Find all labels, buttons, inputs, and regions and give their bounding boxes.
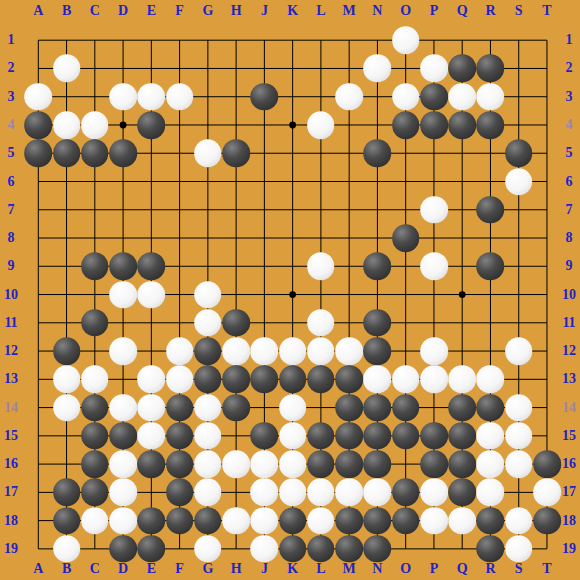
point-M4[interactable] bbox=[335, 111, 363, 139]
point-K11[interactable] bbox=[279, 309, 307, 337]
point-E10[interactable] bbox=[137, 281, 165, 309]
point-O6[interactable] bbox=[392, 168, 420, 196]
point-B16[interactable] bbox=[53, 450, 81, 478]
point-P18[interactable] bbox=[420, 507, 448, 535]
point-H15[interactable] bbox=[222, 422, 250, 450]
point-G12[interactable] bbox=[194, 337, 222, 365]
point-K4[interactable] bbox=[279, 111, 307, 139]
point-H8[interactable] bbox=[222, 224, 250, 252]
point-B19[interactable] bbox=[53, 535, 81, 563]
point-B13[interactable] bbox=[53, 365, 81, 393]
point-T12[interactable] bbox=[533, 337, 561, 365]
point-G3[interactable] bbox=[194, 83, 222, 111]
point-D9[interactable] bbox=[109, 252, 137, 280]
point-L1[interactable] bbox=[307, 26, 335, 54]
point-F2[interactable] bbox=[166, 54, 194, 82]
point-A5[interactable] bbox=[24, 139, 52, 167]
point-P15[interactable] bbox=[420, 422, 448, 450]
point-S2[interactable] bbox=[505, 54, 533, 82]
point-D8[interactable] bbox=[109, 224, 137, 252]
point-J3[interactable] bbox=[250, 83, 278, 111]
point-O8[interactable] bbox=[392, 224, 420, 252]
point-B2[interactable] bbox=[53, 54, 81, 82]
point-O16[interactable] bbox=[392, 450, 420, 478]
point-N1[interactable] bbox=[363, 26, 391, 54]
point-E5[interactable] bbox=[137, 139, 165, 167]
point-F8[interactable] bbox=[166, 224, 194, 252]
point-A9[interactable] bbox=[24, 252, 52, 280]
point-B14[interactable] bbox=[53, 394, 81, 422]
point-N5[interactable] bbox=[363, 139, 391, 167]
point-C2[interactable] bbox=[81, 54, 109, 82]
point-H18[interactable] bbox=[222, 507, 250, 535]
point-D5[interactable] bbox=[109, 139, 137, 167]
point-F12[interactable] bbox=[166, 337, 194, 365]
point-J15[interactable] bbox=[250, 422, 278, 450]
point-D14[interactable] bbox=[109, 394, 137, 422]
point-F14[interactable] bbox=[166, 394, 194, 422]
point-G15[interactable] bbox=[194, 422, 222, 450]
point-B4[interactable] bbox=[53, 111, 81, 139]
point-G13[interactable] bbox=[194, 365, 222, 393]
point-J8[interactable] bbox=[250, 224, 278, 252]
point-E14[interactable] bbox=[137, 394, 165, 422]
point-Q3[interactable] bbox=[448, 83, 476, 111]
point-G4[interactable] bbox=[194, 111, 222, 139]
point-D2[interactable] bbox=[109, 54, 137, 82]
point-G18[interactable] bbox=[194, 507, 222, 535]
point-M18[interactable] bbox=[335, 507, 363, 535]
point-J7[interactable] bbox=[250, 196, 278, 224]
point-K2[interactable] bbox=[279, 54, 307, 82]
point-B15[interactable] bbox=[53, 422, 81, 450]
point-B18[interactable] bbox=[53, 507, 81, 535]
point-F17[interactable] bbox=[166, 478, 194, 506]
point-N13[interactable] bbox=[363, 365, 391, 393]
point-K7[interactable] bbox=[279, 196, 307, 224]
point-M16[interactable] bbox=[335, 450, 363, 478]
point-B6[interactable] bbox=[53, 168, 81, 196]
point-S17[interactable] bbox=[505, 478, 533, 506]
point-A8[interactable] bbox=[24, 224, 52, 252]
point-T5[interactable] bbox=[533, 139, 561, 167]
point-B17[interactable] bbox=[53, 478, 81, 506]
point-S16[interactable] bbox=[505, 450, 533, 478]
point-K6[interactable] bbox=[279, 168, 307, 196]
point-Q14[interactable] bbox=[448, 394, 476, 422]
point-J4[interactable] bbox=[250, 111, 278, 139]
point-R4[interactable] bbox=[476, 111, 504, 139]
point-R12[interactable] bbox=[476, 337, 504, 365]
point-A12[interactable] bbox=[24, 337, 52, 365]
point-O7[interactable] bbox=[392, 196, 420, 224]
point-Q5[interactable] bbox=[448, 139, 476, 167]
point-G11[interactable] bbox=[194, 309, 222, 337]
point-R5[interactable] bbox=[476, 139, 504, 167]
point-L8[interactable] bbox=[307, 224, 335, 252]
point-O1[interactable] bbox=[392, 26, 420, 54]
point-H11[interactable] bbox=[222, 309, 250, 337]
point-Q12[interactable] bbox=[448, 337, 476, 365]
point-L3[interactable] bbox=[307, 83, 335, 111]
point-C18[interactable] bbox=[81, 507, 109, 535]
point-R1[interactable] bbox=[476, 26, 504, 54]
point-J10[interactable] bbox=[250, 281, 278, 309]
point-A13[interactable] bbox=[24, 365, 52, 393]
point-H1[interactable] bbox=[222, 26, 250, 54]
point-C13[interactable] bbox=[81, 365, 109, 393]
point-P3[interactable] bbox=[420, 83, 448, 111]
point-E17[interactable] bbox=[137, 478, 165, 506]
point-H12[interactable] bbox=[222, 337, 250, 365]
point-A1[interactable] bbox=[24, 26, 52, 54]
point-A7[interactable] bbox=[24, 196, 52, 224]
point-K9[interactable] bbox=[279, 252, 307, 280]
point-T6[interactable] bbox=[533, 168, 561, 196]
point-B10[interactable] bbox=[53, 281, 81, 309]
point-E19[interactable] bbox=[137, 535, 165, 563]
point-T13[interactable] bbox=[533, 365, 561, 393]
point-D10[interactable] bbox=[109, 281, 137, 309]
point-R16[interactable] bbox=[476, 450, 504, 478]
point-Q8[interactable] bbox=[448, 224, 476, 252]
point-C15[interactable] bbox=[81, 422, 109, 450]
point-J14[interactable] bbox=[250, 394, 278, 422]
point-K13[interactable] bbox=[279, 365, 307, 393]
point-E12[interactable] bbox=[137, 337, 165, 365]
point-J5[interactable] bbox=[250, 139, 278, 167]
point-S5[interactable] bbox=[505, 139, 533, 167]
point-K12[interactable] bbox=[279, 337, 307, 365]
point-D16[interactable] bbox=[109, 450, 137, 478]
point-O9[interactable] bbox=[392, 252, 420, 280]
point-L7[interactable] bbox=[307, 196, 335, 224]
point-H7[interactable] bbox=[222, 196, 250, 224]
point-O12[interactable] bbox=[392, 337, 420, 365]
point-T4[interactable] bbox=[533, 111, 561, 139]
point-T15[interactable] bbox=[533, 422, 561, 450]
point-J13[interactable] bbox=[250, 365, 278, 393]
point-A15[interactable] bbox=[24, 422, 52, 450]
point-J18[interactable] bbox=[250, 507, 278, 535]
point-D17[interactable] bbox=[109, 478, 137, 506]
point-L14[interactable] bbox=[307, 394, 335, 422]
point-K5[interactable] bbox=[279, 139, 307, 167]
point-G2[interactable] bbox=[194, 54, 222, 82]
point-H9[interactable] bbox=[222, 252, 250, 280]
point-S10[interactable] bbox=[505, 281, 533, 309]
point-C3[interactable] bbox=[81, 83, 109, 111]
point-P14[interactable] bbox=[420, 394, 448, 422]
point-N16[interactable] bbox=[363, 450, 391, 478]
point-T19[interactable] bbox=[533, 535, 561, 563]
point-O18[interactable] bbox=[392, 507, 420, 535]
point-E15[interactable] bbox=[137, 422, 165, 450]
point-L13[interactable] bbox=[307, 365, 335, 393]
point-N3[interactable] bbox=[363, 83, 391, 111]
point-G9[interactable] bbox=[194, 252, 222, 280]
point-R15[interactable] bbox=[476, 422, 504, 450]
point-O4[interactable] bbox=[392, 111, 420, 139]
point-C17[interactable] bbox=[81, 478, 109, 506]
point-L5[interactable] bbox=[307, 139, 335, 167]
point-A3[interactable] bbox=[24, 83, 52, 111]
point-E3[interactable] bbox=[137, 83, 165, 111]
point-P6[interactable] bbox=[420, 168, 448, 196]
point-D12[interactable] bbox=[109, 337, 137, 365]
point-G17[interactable] bbox=[194, 478, 222, 506]
point-L6[interactable] bbox=[307, 168, 335, 196]
point-R7[interactable] bbox=[476, 196, 504, 224]
point-G19[interactable] bbox=[194, 535, 222, 563]
point-Q1[interactable] bbox=[448, 26, 476, 54]
point-F3[interactable] bbox=[166, 83, 194, 111]
point-R10[interactable] bbox=[476, 281, 504, 309]
point-J17[interactable] bbox=[250, 478, 278, 506]
point-K17[interactable] bbox=[279, 478, 307, 506]
point-J11[interactable] bbox=[250, 309, 278, 337]
point-E6[interactable] bbox=[137, 168, 165, 196]
point-N18[interactable] bbox=[363, 507, 391, 535]
point-P8[interactable] bbox=[420, 224, 448, 252]
point-N14[interactable] bbox=[363, 394, 391, 422]
point-C8[interactable] bbox=[81, 224, 109, 252]
point-R2[interactable] bbox=[476, 54, 504, 82]
point-L4[interactable] bbox=[307, 111, 335, 139]
point-S19[interactable] bbox=[505, 535, 533, 563]
point-S9[interactable] bbox=[505, 252, 533, 280]
point-H4[interactable] bbox=[222, 111, 250, 139]
point-L17[interactable] bbox=[307, 478, 335, 506]
point-F16[interactable] bbox=[166, 450, 194, 478]
point-M3[interactable] bbox=[335, 83, 363, 111]
point-F19[interactable] bbox=[166, 535, 194, 563]
point-B8[interactable] bbox=[53, 224, 81, 252]
point-M14[interactable] bbox=[335, 394, 363, 422]
point-K18[interactable] bbox=[279, 507, 307, 535]
point-A11[interactable] bbox=[24, 309, 52, 337]
point-E9[interactable] bbox=[137, 252, 165, 280]
point-M2[interactable] bbox=[335, 54, 363, 82]
point-K1[interactable] bbox=[279, 26, 307, 54]
point-M11[interactable] bbox=[335, 309, 363, 337]
point-R19[interactable] bbox=[476, 535, 504, 563]
point-P10[interactable] bbox=[420, 281, 448, 309]
point-G8[interactable] bbox=[194, 224, 222, 252]
point-A2[interactable] bbox=[24, 54, 52, 82]
point-A19[interactable] bbox=[24, 535, 52, 563]
point-D19[interactable] bbox=[109, 535, 137, 563]
point-N15[interactable] bbox=[363, 422, 391, 450]
point-B1[interactable] bbox=[53, 26, 81, 54]
point-D15[interactable] bbox=[109, 422, 137, 450]
point-Q9[interactable] bbox=[448, 252, 476, 280]
point-C16[interactable] bbox=[81, 450, 109, 478]
point-G7[interactable] bbox=[194, 196, 222, 224]
point-A10[interactable] bbox=[24, 281, 52, 309]
point-A17[interactable] bbox=[24, 478, 52, 506]
point-M13[interactable] bbox=[335, 365, 363, 393]
point-A4[interactable] bbox=[24, 111, 52, 139]
point-T8[interactable] bbox=[533, 224, 561, 252]
point-B9[interactable] bbox=[53, 252, 81, 280]
point-F13[interactable] bbox=[166, 365, 194, 393]
point-Q2[interactable] bbox=[448, 54, 476, 82]
point-F5[interactable] bbox=[166, 139, 194, 167]
point-E4[interactable] bbox=[137, 111, 165, 139]
point-B12[interactable] bbox=[53, 337, 81, 365]
point-T14[interactable] bbox=[533, 394, 561, 422]
point-C4[interactable] bbox=[81, 111, 109, 139]
point-M17[interactable] bbox=[335, 478, 363, 506]
point-F1[interactable] bbox=[166, 26, 194, 54]
point-J19[interactable] bbox=[250, 535, 278, 563]
point-P19[interactable] bbox=[420, 535, 448, 563]
point-N2[interactable] bbox=[363, 54, 391, 82]
point-O11[interactable] bbox=[392, 309, 420, 337]
point-E16[interactable] bbox=[137, 450, 165, 478]
point-C10[interactable] bbox=[81, 281, 109, 309]
point-Q13[interactable] bbox=[448, 365, 476, 393]
point-K14[interactable] bbox=[279, 394, 307, 422]
point-L9[interactable] bbox=[307, 252, 335, 280]
point-L19[interactable] bbox=[307, 535, 335, 563]
point-J12[interactable] bbox=[250, 337, 278, 365]
point-K15[interactable] bbox=[279, 422, 307, 450]
point-J1[interactable] bbox=[250, 26, 278, 54]
point-E8[interactable] bbox=[137, 224, 165, 252]
point-H14[interactable] bbox=[222, 394, 250, 422]
point-T2[interactable] bbox=[533, 54, 561, 82]
point-H3[interactable] bbox=[222, 83, 250, 111]
point-M5[interactable] bbox=[335, 139, 363, 167]
point-S13[interactable] bbox=[505, 365, 533, 393]
point-N8[interactable] bbox=[363, 224, 391, 252]
point-J2[interactable] bbox=[250, 54, 278, 82]
point-J6[interactable] bbox=[250, 168, 278, 196]
point-Q16[interactable] bbox=[448, 450, 476, 478]
point-Q11[interactable] bbox=[448, 309, 476, 337]
point-N17[interactable] bbox=[363, 478, 391, 506]
point-N10[interactable] bbox=[363, 281, 391, 309]
point-H6[interactable] bbox=[222, 168, 250, 196]
point-A6[interactable] bbox=[24, 168, 52, 196]
point-C11[interactable] bbox=[81, 309, 109, 337]
point-C6[interactable] bbox=[81, 168, 109, 196]
point-J9[interactable] bbox=[250, 252, 278, 280]
point-T11[interactable] bbox=[533, 309, 561, 337]
point-B7[interactable] bbox=[53, 196, 81, 224]
point-R17[interactable] bbox=[476, 478, 504, 506]
point-T10[interactable] bbox=[533, 281, 561, 309]
point-O14[interactable] bbox=[392, 394, 420, 422]
point-D7[interactable] bbox=[109, 196, 137, 224]
point-P11[interactable] bbox=[420, 309, 448, 337]
point-R13[interactable] bbox=[476, 365, 504, 393]
point-S1[interactable] bbox=[505, 26, 533, 54]
point-G6[interactable] bbox=[194, 168, 222, 196]
point-S18[interactable] bbox=[505, 507, 533, 535]
point-N6[interactable] bbox=[363, 168, 391, 196]
point-R6[interactable] bbox=[476, 168, 504, 196]
point-R3[interactable] bbox=[476, 83, 504, 111]
point-S4[interactable] bbox=[505, 111, 533, 139]
point-C9[interactable] bbox=[81, 252, 109, 280]
point-F15[interactable] bbox=[166, 422, 194, 450]
point-K10[interactable] bbox=[279, 281, 307, 309]
point-M1[interactable] bbox=[335, 26, 363, 54]
point-Q4[interactable] bbox=[448, 111, 476, 139]
point-A16[interactable] bbox=[24, 450, 52, 478]
point-D6[interactable] bbox=[109, 168, 137, 196]
point-F7[interactable] bbox=[166, 196, 194, 224]
point-D18[interactable] bbox=[109, 507, 137, 535]
point-Q18[interactable] bbox=[448, 507, 476, 535]
point-L2[interactable] bbox=[307, 54, 335, 82]
point-L11[interactable] bbox=[307, 309, 335, 337]
point-F4[interactable] bbox=[166, 111, 194, 139]
point-K3[interactable] bbox=[279, 83, 307, 111]
point-O5[interactable] bbox=[392, 139, 420, 167]
point-E7[interactable] bbox=[137, 196, 165, 224]
point-P5[interactable] bbox=[420, 139, 448, 167]
point-R14[interactable] bbox=[476, 394, 504, 422]
point-L10[interactable] bbox=[307, 281, 335, 309]
point-P2[interactable] bbox=[420, 54, 448, 82]
point-D11[interactable] bbox=[109, 309, 137, 337]
point-D13[interactable] bbox=[109, 365, 137, 393]
point-A14[interactable] bbox=[24, 394, 52, 422]
point-S3[interactable] bbox=[505, 83, 533, 111]
point-Q19[interactable] bbox=[448, 535, 476, 563]
point-T1[interactable] bbox=[533, 26, 561, 54]
point-G1[interactable] bbox=[194, 26, 222, 54]
point-M9[interactable] bbox=[335, 252, 363, 280]
point-P9[interactable] bbox=[420, 252, 448, 280]
point-G5[interactable] bbox=[194, 139, 222, 167]
point-C19[interactable] bbox=[81, 535, 109, 563]
point-C5[interactable] bbox=[81, 139, 109, 167]
point-G14[interactable] bbox=[194, 394, 222, 422]
point-Q10[interactable] bbox=[448, 281, 476, 309]
point-H13[interactable] bbox=[222, 365, 250, 393]
point-L12[interactable] bbox=[307, 337, 335, 365]
point-M19[interactable] bbox=[335, 535, 363, 563]
point-B5[interactable] bbox=[53, 139, 81, 167]
point-S7[interactable] bbox=[505, 196, 533, 224]
point-R11[interactable] bbox=[476, 309, 504, 337]
point-M8[interactable] bbox=[335, 224, 363, 252]
point-J16[interactable] bbox=[250, 450, 278, 478]
point-Q6[interactable] bbox=[448, 168, 476, 196]
point-Q17[interactable] bbox=[448, 478, 476, 506]
point-N12[interactable] bbox=[363, 337, 391, 365]
point-H17[interactable] bbox=[222, 478, 250, 506]
point-F9[interactable] bbox=[166, 252, 194, 280]
point-B11[interactable] bbox=[53, 309, 81, 337]
point-O19[interactable] bbox=[392, 535, 420, 563]
point-T7[interactable] bbox=[533, 196, 561, 224]
point-M10[interactable] bbox=[335, 281, 363, 309]
point-S6[interactable] bbox=[505, 168, 533, 196]
point-L18[interactable] bbox=[307, 507, 335, 535]
point-O3[interactable] bbox=[392, 83, 420, 111]
point-R8[interactable] bbox=[476, 224, 504, 252]
point-H19[interactable] bbox=[222, 535, 250, 563]
point-E11[interactable] bbox=[137, 309, 165, 337]
point-G10[interactable] bbox=[194, 281, 222, 309]
point-O2[interactable] bbox=[392, 54, 420, 82]
